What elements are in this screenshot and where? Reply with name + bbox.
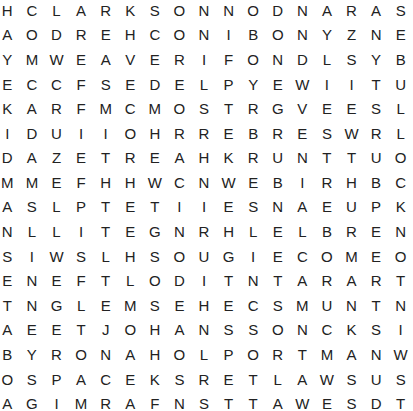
grid-cell[interactable]: L bbox=[192, 72, 217, 97]
grid-cell[interactable]: T bbox=[265, 268, 290, 293]
grid-cell[interactable]: N bbox=[20, 268, 45, 293]
grid-cell[interactable]: I bbox=[69, 219, 94, 244]
grid-cell[interactable]: B bbox=[0, 342, 20, 367]
grid-cell[interactable]: E bbox=[265, 219, 290, 244]
grid-cell[interactable]: H bbox=[0, 0, 20, 23]
grid-cell[interactable]: T bbox=[315, 146, 340, 171]
grid-cell[interactable]: S bbox=[0, 244, 20, 269]
grid-cell[interactable]: T bbox=[388, 268, 413, 293]
grid-cell[interactable]: P bbox=[69, 195, 94, 220]
grid-cell[interactable]: K bbox=[0, 96, 20, 121]
grid-cell[interactable]: F bbox=[216, 47, 241, 72]
grid-cell[interactable]: K bbox=[118, 0, 143, 23]
grid-cell[interactable]: B bbox=[241, 23, 266, 48]
grid-cell[interactable]: U bbox=[364, 146, 389, 171]
grid-cell[interactable]: N bbox=[192, 0, 217, 23]
grid-cell[interactable]: S bbox=[339, 367, 364, 392]
grid-cell[interactable]: U bbox=[44, 121, 69, 146]
grid-cell[interactable]: D bbox=[0, 146, 20, 171]
grid-cell[interactable]: M bbox=[0, 170, 20, 195]
grid-cell[interactable]: E bbox=[216, 195, 241, 220]
grid-cell[interactable]: I bbox=[241, 244, 266, 269]
grid-cell[interactable]: L bbox=[192, 342, 217, 367]
grid-cell[interactable]: E bbox=[69, 146, 94, 171]
grid-cell[interactable]: M bbox=[118, 293, 143, 318]
grid-cell[interactable]: T bbox=[241, 367, 266, 392]
grid-cell[interactable]: Z bbox=[44, 146, 69, 171]
grid-cell[interactable]: L bbox=[388, 121, 413, 146]
grid-cell[interactable]: D bbox=[364, 391, 389, 411]
grid-cell[interactable]: N bbox=[388, 293, 413, 318]
grid-cell[interactable]: U bbox=[315, 293, 340, 318]
grid-cell[interactable]: E bbox=[364, 219, 389, 244]
grid-cell[interactable]: H bbox=[192, 293, 217, 318]
grid-cell[interactable]: O bbox=[0, 367, 20, 392]
grid-cell[interactable]: V bbox=[290, 96, 315, 121]
grid-cell[interactable]: L bbox=[315, 47, 340, 72]
grid-cell[interactable]: E bbox=[118, 219, 143, 244]
grid-cell[interactable]: T bbox=[388, 391, 413, 411]
grid-cell[interactable]: R bbox=[192, 121, 217, 146]
grid-cell[interactable]: S bbox=[192, 96, 217, 121]
grid-cell[interactable]: C bbox=[118, 96, 143, 121]
grid-cell[interactable]: W bbox=[290, 72, 315, 97]
grid-cell[interactable]: Y bbox=[0, 47, 20, 72]
grid-cell[interactable]: E bbox=[118, 195, 143, 220]
grid-cell[interactable]: I bbox=[192, 268, 217, 293]
grid-cell[interactable]: I bbox=[20, 244, 45, 269]
grid-cell[interactable]: S bbox=[143, 0, 168, 23]
grid-cell[interactable]: T bbox=[216, 96, 241, 121]
grid-cell[interactable]: C bbox=[44, 72, 69, 97]
grid-cell[interactable]: R bbox=[167, 47, 192, 72]
grid-cell[interactable]: O bbox=[167, 0, 192, 23]
grid-cell[interactable]: S bbox=[93, 72, 118, 97]
grid-cell[interactable]: E bbox=[20, 318, 45, 343]
grid-cell[interactable]: C bbox=[315, 318, 340, 343]
grid-cell[interactable]: S bbox=[20, 367, 45, 392]
grid-cell[interactable]: A bbox=[118, 391, 143, 411]
grid-cell[interactable]: S bbox=[364, 96, 389, 121]
grid-cell[interactable]: U bbox=[364, 367, 389, 392]
grid-cell[interactable]: O bbox=[69, 342, 94, 367]
grid-cell[interactable]: E bbox=[44, 268, 69, 293]
grid-cell[interactable]: K bbox=[143, 367, 168, 392]
grid-cell[interactable]: H bbox=[143, 121, 168, 146]
grid-cell[interactable]: B bbox=[241, 121, 266, 146]
grid-cell[interactable]: E bbox=[143, 146, 168, 171]
grid-cell[interactable]: O bbox=[241, 47, 266, 72]
grid-cell[interactable]: F bbox=[69, 170, 94, 195]
grid-cell[interactable]: S bbox=[241, 195, 266, 220]
grid-cell[interactable]: R bbox=[93, 0, 118, 23]
grid-cell[interactable]: T bbox=[216, 391, 241, 411]
grid-cell[interactable]: R bbox=[265, 121, 290, 146]
grid-cell[interactable]: I bbox=[216, 23, 241, 48]
grid-cell[interactable]: S bbox=[315, 121, 340, 146]
grid-cell[interactable]: L bbox=[20, 219, 45, 244]
grid-cell[interactable]: L bbox=[93, 244, 118, 269]
grid-cell[interactable]: W bbox=[388, 342, 413, 367]
grid-cell[interactable]: F bbox=[69, 268, 94, 293]
grid-cell[interactable]: B bbox=[265, 170, 290, 195]
grid-cell[interactable]: Z bbox=[339, 23, 364, 48]
grid-cell[interactable]: R bbox=[364, 268, 389, 293]
grid-cell[interactable]: W bbox=[290, 391, 315, 411]
letter-grid: HCLARKSONNODNARASAODREHCONIBONYZNEYMWEAV… bbox=[0, 0, 413, 411]
grid-cell[interactable]: E bbox=[364, 244, 389, 269]
grid-cell[interactable]: F bbox=[69, 72, 94, 97]
grid-cell[interactable]: T bbox=[339, 146, 364, 171]
grid-cell[interactable]: R bbox=[315, 268, 340, 293]
grid-cell[interactable]: E bbox=[93, 23, 118, 48]
grid-cell[interactable]: S bbox=[192, 391, 217, 411]
grid-cell[interactable]: O bbox=[315, 244, 340, 269]
grid-cell[interactable]: E bbox=[118, 367, 143, 392]
grid-cell[interactable]: T bbox=[93, 268, 118, 293]
grid-cell[interactable]: N bbox=[265, 47, 290, 72]
grid-cell[interactable]: N bbox=[192, 23, 217, 48]
grid-cell[interactable]: E bbox=[143, 47, 168, 72]
grid-cell[interactable]: C bbox=[388, 170, 413, 195]
grid-cell[interactable]: E bbox=[265, 72, 290, 97]
grid-cell[interactable]: T bbox=[364, 293, 389, 318]
grid-cell[interactable]: U bbox=[339, 195, 364, 220]
grid-cell[interactable]: I bbox=[339, 72, 364, 97]
grid-cell[interactable]: L bbox=[388, 96, 413, 121]
grid-cell[interactable]: R bbox=[315, 170, 340, 195]
grid-cell[interactable]: A bbox=[290, 195, 315, 220]
grid-cell[interactable]: T bbox=[216, 268, 241, 293]
grid-cell[interactable]: J bbox=[93, 318, 118, 343]
grid-cell[interactable]: N bbox=[265, 195, 290, 220]
grid-cell[interactable]: O bbox=[388, 146, 413, 171]
grid-cell[interactable]: I bbox=[192, 195, 217, 220]
grid-cell[interactable]: H bbox=[339, 170, 364, 195]
grid-cell[interactable]: C bbox=[241, 293, 266, 318]
grid-cell[interactable]: N bbox=[216, 0, 241, 23]
grid-cell[interactable]: I bbox=[290, 170, 315, 195]
grid-cell[interactable]: N bbox=[167, 219, 192, 244]
grid-cell[interactable]: N bbox=[290, 23, 315, 48]
grid-cell[interactable]: N bbox=[364, 23, 389, 48]
grid-cell[interactable]: S bbox=[339, 47, 364, 72]
grid-cell[interactable]: H bbox=[118, 170, 143, 195]
grid-cell[interactable]: N bbox=[339, 293, 364, 318]
grid-cell[interactable]: A bbox=[69, 367, 94, 392]
grid-cell[interactable]: D bbox=[290, 47, 315, 72]
grid-cell[interactable]: U bbox=[265, 146, 290, 171]
grid-cell[interactable]: A bbox=[118, 342, 143, 367]
grid-cell[interactable]: M bbox=[20, 170, 45, 195]
grid-cell[interactable]: S bbox=[69, 244, 94, 269]
grid-cell[interactable]: E bbox=[0, 268, 20, 293]
grid-cell[interactable]: G bbox=[20, 391, 45, 411]
grid-cell[interactable]: W bbox=[315, 367, 340, 392]
grid-cell[interactable]: T bbox=[290, 342, 315, 367]
grid-cell[interactable]: R bbox=[364, 121, 389, 146]
grid-cell[interactable]: S bbox=[339, 391, 364, 411]
grid-cell[interactable]: E bbox=[69, 47, 94, 72]
grid-cell[interactable]: S bbox=[20, 195, 45, 220]
grid-cell[interactable]: T bbox=[69, 318, 94, 343]
grid-cell[interactable]: A bbox=[0, 23, 20, 48]
grid-cell[interactable]: D bbox=[44, 23, 69, 48]
grid-cell[interactable]: D bbox=[20, 121, 45, 146]
grid-cell[interactable]: O bbox=[20, 23, 45, 48]
grid-cell[interactable]: E bbox=[315, 195, 340, 220]
grid-cell[interactable]: M bbox=[290, 293, 315, 318]
grid-cell[interactable]: E bbox=[265, 244, 290, 269]
grid-cell[interactable]: M bbox=[69, 391, 94, 411]
grid-cell[interactable]: S bbox=[364, 318, 389, 343]
grid-cell[interactable]: A bbox=[0, 391, 20, 411]
grid-cell[interactable]: T bbox=[0, 293, 20, 318]
grid-cell[interactable]: I bbox=[0, 121, 20, 146]
grid-cell[interactable]: L bbox=[290, 219, 315, 244]
grid-cell[interactable]: N bbox=[241, 268, 266, 293]
grid-cell[interactable]: A bbox=[290, 268, 315, 293]
grid-cell[interactable]: H bbox=[93, 170, 118, 195]
grid-cell[interactable]: S bbox=[265, 293, 290, 318]
grid-cell[interactable]: Y bbox=[315, 23, 340, 48]
grid-cell[interactable]: O bbox=[167, 342, 192, 367]
grid-cell[interactable]: M bbox=[315, 342, 340, 367]
grid-cell[interactable]: L bbox=[69, 293, 94, 318]
grid-cell[interactable]: O bbox=[241, 0, 266, 23]
grid-cell[interactable]: U bbox=[388, 72, 413, 97]
grid-cell[interactable]: O bbox=[265, 318, 290, 343]
grid-cell[interactable]: T bbox=[241, 391, 266, 411]
grid-cell[interactable]: C bbox=[290, 244, 315, 269]
grid-cell[interactable]: N bbox=[290, 0, 315, 23]
grid-cell[interactable]: K bbox=[339, 318, 364, 343]
grid-cell[interactable]: O bbox=[241, 342, 266, 367]
grid-cell[interactable]: O bbox=[167, 96, 192, 121]
grid-cell[interactable]: R bbox=[93, 391, 118, 411]
grid-cell[interactable]: R bbox=[192, 219, 217, 244]
word-search-board: HCLARKSONNODNARASAODREHCONIBONYZNEYMWEAV… bbox=[0, 0, 413, 411]
grid-cell[interactable]: S bbox=[216, 318, 241, 343]
grid-cell[interactable]: C bbox=[167, 170, 192, 195]
grid-cell[interactable]: A bbox=[20, 146, 45, 171]
grid-cell[interactable]: S bbox=[143, 244, 168, 269]
grid-cell[interactable]: Y bbox=[241, 72, 266, 97]
grid-cell[interactable]: R bbox=[69, 23, 94, 48]
grid-cell[interactable]: S bbox=[143, 293, 168, 318]
grid-cell[interactable]: I bbox=[388, 318, 413, 343]
grid-cell[interactable]: A bbox=[0, 318, 20, 343]
grid-cell[interactable]: C bbox=[20, 72, 45, 97]
grid-cell[interactable]: E bbox=[93, 293, 118, 318]
grid-cell[interactable]: A bbox=[339, 342, 364, 367]
grid-cell[interactable]: G bbox=[143, 219, 168, 244]
grid-cell[interactable]: I bbox=[44, 391, 69, 411]
grid-cell[interactable]: T bbox=[93, 219, 118, 244]
grid-cell[interactable]: S bbox=[167, 367, 192, 392]
grid-cell[interactable]: E bbox=[216, 121, 241, 146]
grid-cell[interactable]: V bbox=[118, 47, 143, 72]
grid-cell[interactable]: O bbox=[167, 23, 192, 48]
grid-cell[interactable]: R bbox=[241, 146, 266, 171]
grid-cell[interactable]: A bbox=[93, 47, 118, 72]
grid-cell[interactable]: B bbox=[388, 47, 413, 72]
grid-cell[interactable]: N bbox=[0, 219, 20, 244]
grid-cell[interactable]: E bbox=[388, 23, 413, 48]
grid-cell[interactable]: R bbox=[44, 96, 69, 121]
grid-cell[interactable]: M bbox=[143, 96, 168, 121]
grid-cell[interactable]: L bbox=[44, 195, 69, 220]
grid-cell[interactable]: R bbox=[118, 146, 143, 171]
grid-cell[interactable]: O bbox=[388, 244, 413, 269]
grid-cell[interactable]: E bbox=[339, 96, 364, 121]
grid-cell[interactable]: A bbox=[167, 318, 192, 343]
grid-cell[interactable]: E bbox=[167, 293, 192, 318]
grid-cell[interactable]: P bbox=[44, 367, 69, 392]
grid-cell[interactable]: T bbox=[143, 195, 168, 220]
grid-cell[interactable]: G bbox=[265, 96, 290, 121]
grid-cell[interactable]: M bbox=[93, 96, 118, 121]
grid-cell[interactable]: A bbox=[0, 195, 20, 220]
grid-cell[interactable]: N bbox=[192, 170, 217, 195]
grid-cell[interactable]: I bbox=[192, 47, 217, 72]
grid-cell[interactable]: O bbox=[118, 121, 143, 146]
grid-cell[interactable]: A bbox=[69, 0, 94, 23]
grid-cell[interactable]: I bbox=[167, 195, 192, 220]
grid-cell[interactable]: R bbox=[44, 342, 69, 367]
grid-cell[interactable]: A bbox=[364, 0, 389, 23]
grid-cell[interactable]: O bbox=[143, 268, 168, 293]
grid-cell[interactable]: E bbox=[118, 72, 143, 97]
grid-cell[interactable]: N bbox=[93, 342, 118, 367]
grid-cell[interactable]: S bbox=[241, 318, 266, 343]
grid-cell[interactable]: C bbox=[20, 0, 45, 23]
grid-cell[interactable]: R bbox=[339, 0, 364, 23]
grid-cell[interactable]: Y bbox=[20, 342, 45, 367]
grid-cell[interactable]: P bbox=[216, 72, 241, 97]
grid-cell[interactable]: K bbox=[388, 195, 413, 220]
grid-cell[interactable]: Y bbox=[364, 47, 389, 72]
grid-cell[interactable]: L bbox=[44, 0, 69, 23]
grid-cell[interactable]: N bbox=[20, 293, 45, 318]
grid-cell[interactable]: D bbox=[143, 72, 168, 97]
grid-cell[interactable]: D bbox=[265, 0, 290, 23]
grid-cell[interactable]: G bbox=[44, 293, 69, 318]
grid-cell[interactable]: F bbox=[69, 96, 94, 121]
grid-cell[interactable]: B bbox=[315, 219, 340, 244]
grid-cell[interactable]: L bbox=[44, 219, 69, 244]
grid-cell[interactable]: U bbox=[192, 244, 217, 269]
grid-cell[interactable]: A bbox=[290, 367, 315, 392]
grid-cell[interactable]: W bbox=[143, 170, 168, 195]
grid-cell[interactable]: P bbox=[364, 195, 389, 220]
grid-cell[interactable]: I bbox=[315, 72, 340, 97]
grid-cell[interactable]: N bbox=[388, 219, 413, 244]
grid-cell[interactable]: H bbox=[143, 342, 168, 367]
grid-cell[interactable]: H bbox=[216, 219, 241, 244]
grid-cell[interactable]: E bbox=[167, 72, 192, 97]
grid-cell[interactable]: N bbox=[290, 146, 315, 171]
grid-cell[interactable]: M bbox=[20, 47, 45, 72]
grid-cell[interactable]: E bbox=[315, 96, 340, 121]
grid-cell[interactable]: H bbox=[118, 244, 143, 269]
grid-cell[interactable]: T bbox=[93, 146, 118, 171]
grid-cell[interactable]: W bbox=[44, 244, 69, 269]
grid-cell[interactable]: E bbox=[216, 293, 241, 318]
grid-cell[interactable]: R bbox=[241, 96, 266, 121]
grid-cell[interactable]: E bbox=[0, 72, 20, 97]
grid-cell[interactable]: E bbox=[315, 391, 340, 411]
grid-cell[interactable]: L bbox=[265, 367, 290, 392]
grid-cell[interactable]: E bbox=[290, 121, 315, 146]
grid-cell[interactable]: G bbox=[216, 244, 241, 269]
grid-cell[interactable]: R bbox=[167, 121, 192, 146]
grid-cell[interactable]: O bbox=[265, 23, 290, 48]
grid-cell[interactable]: H bbox=[118, 23, 143, 48]
grid-cell[interactable]: N bbox=[192, 318, 217, 343]
grid-cell[interactable]: H bbox=[192, 146, 217, 171]
grid-cell[interactable]: L bbox=[118, 268, 143, 293]
grid-cell[interactable]: E bbox=[216, 367, 241, 392]
grid-cell[interactable]: A bbox=[167, 146, 192, 171]
grid-cell[interactable]: M bbox=[339, 244, 364, 269]
grid-cell[interactable]: A bbox=[339, 268, 364, 293]
grid-cell[interactable]: P bbox=[216, 342, 241, 367]
grid-cell[interactable]: T bbox=[364, 72, 389, 97]
grid-cell[interactable]: A bbox=[20, 96, 45, 121]
grid-cell[interactable]: N bbox=[364, 342, 389, 367]
grid-cell[interactable]: D bbox=[167, 268, 192, 293]
grid-cell[interactable]: T bbox=[93, 195, 118, 220]
grid-cell[interactable]: A bbox=[315, 0, 340, 23]
grid-cell[interactable]: C bbox=[93, 367, 118, 392]
grid-cell[interactable]: I bbox=[69, 121, 94, 146]
grid-cell[interactable]: R bbox=[192, 367, 217, 392]
grid-cell[interactable]: E bbox=[44, 318, 69, 343]
grid-cell[interactable]: H bbox=[143, 318, 168, 343]
grid-cell[interactable]: W bbox=[216, 170, 241, 195]
grid-cell[interactable]: W bbox=[44, 47, 69, 72]
grid-cell[interactable]: F bbox=[143, 391, 168, 411]
grid-cell[interactable]: O bbox=[118, 318, 143, 343]
grid-cell[interactable]: O bbox=[167, 244, 192, 269]
grid-cell[interactable]: E bbox=[44, 170, 69, 195]
grid-cell[interactable]: S bbox=[388, 367, 413, 392]
grid-cell[interactable]: I bbox=[93, 121, 118, 146]
grid-cell[interactable]: K bbox=[216, 146, 241, 171]
grid-cell[interactable]: L bbox=[241, 219, 266, 244]
grid-cell[interactable]: C bbox=[143, 23, 168, 48]
grid-cell[interactable]: R bbox=[339, 219, 364, 244]
grid-cell[interactable]: B bbox=[364, 170, 389, 195]
grid-cell[interactable]: N bbox=[167, 391, 192, 411]
grid-cell[interactable]: E bbox=[241, 170, 266, 195]
grid-cell[interactable]: S bbox=[388, 0, 413, 23]
grid-cell[interactable]: W bbox=[339, 121, 364, 146]
grid-cell[interactable]: A bbox=[265, 391, 290, 411]
grid-cell[interactable]: N bbox=[290, 318, 315, 343]
grid-cell[interactable]: R bbox=[265, 342, 290, 367]
